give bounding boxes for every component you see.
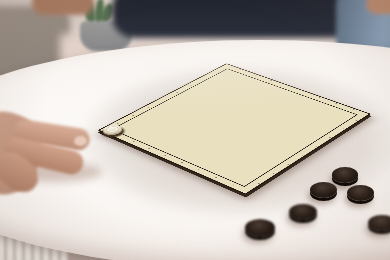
- captured-black-piece[interactable]: [347, 185, 374, 201]
- captured-black-piece[interactable]: [245, 219, 275, 237]
- opponent-torso: [112, 0, 357, 38]
- opponent-hand: [32, 0, 94, 15]
- opponent-hand: [366, 0, 390, 14]
- captured-black-piece[interactable]: [310, 182, 337, 198]
- fingernail: [74, 136, 87, 146]
- captured-black-piece[interactable]: [332, 167, 358, 182]
- photo-scene: ⛀⛀⛀⛀⛀⛂⛂⛂⛀⛂⛀⛀⛀⛀⛀: [0, 0, 390, 260]
